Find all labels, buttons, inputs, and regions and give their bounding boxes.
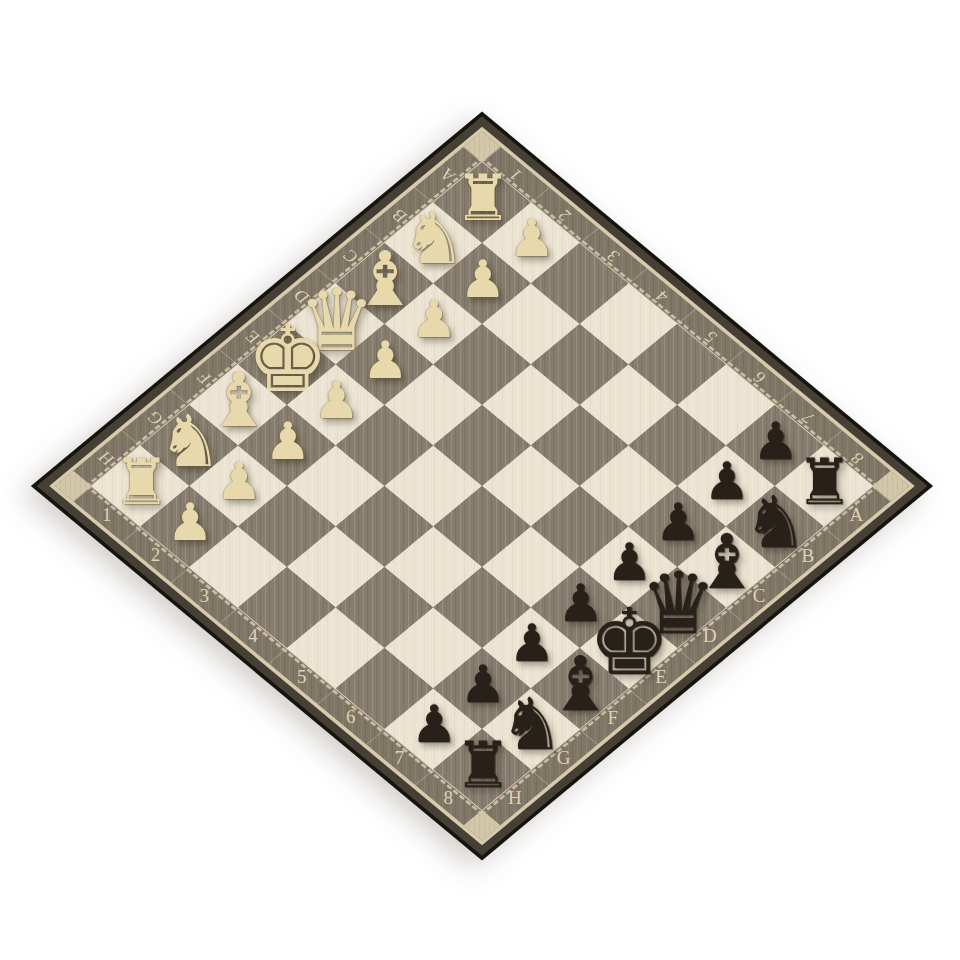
file-label-text: C — [753, 586, 766, 605]
file-label-text: D — [704, 626, 718, 645]
file-label-text: A — [850, 505, 864, 524]
rank-label-text: 3 — [603, 248, 623, 265]
board-dark-rim: 12345678A♜♟♟♜AB♞♟♟♞BC♝♟♟♝CD♛♟♟♛DE♚♟♟♚EF♝… — [37, 116, 928, 855]
board-cream-stripe: 12345678A♜♟♟♜AB♞♟♟♞BC♝♟♟♝CD♛♟♟♛DE♚♟♟♚EF♝… — [49, 127, 914, 845]
file-label-text: G — [557, 748, 571, 767]
white-pawn: ♟ — [216, 455, 263, 507]
black-rook: ♜ — [455, 733, 512, 797]
white-pawn: ♟ — [411, 293, 458, 345]
file-label-text: B — [802, 545, 815, 564]
white-pawn: ♟ — [363, 334, 410, 386]
rank-label-text: 3 — [200, 586, 210, 605]
board-grid: 12345678A♜♟♟♜AB♞♟♟♞BC♝♟♟♝CD♛♟♟♛DE♚♟♟♚EF♝… — [55, 132, 909, 841]
white-pawn: ♟ — [265, 415, 312, 467]
rank-label-text: 5 — [701, 329, 721, 346]
black-pawn: ♟ — [753, 415, 800, 467]
black-pawn: ♟ — [411, 698, 458, 750]
chessboard: 12345678A♜♟♟♜AB♞♟♟♞BC♝♟♟♝CD♛♟♟♛DE♚♟♟♚EF♝… — [31, 112, 933, 861]
file-label-text: H — [508, 788, 522, 807]
white-pawn: ♟ — [314, 374, 361, 426]
rank-label-text: 5 — [298, 667, 308, 686]
photo-background: 12345678A♜♟♟♜AB♞♟♟♞BC♝♟♟♝CD♛♟♟♛DE♚♟♟♚EF♝… — [0, 0, 960, 960]
rank-label-text: 6 — [346, 707, 356, 726]
rank-label-text: 7 — [799, 410, 819, 427]
rank-label-text: 4 — [652, 288, 672, 305]
board-outer-edge: 12345678A♜♟♟♜AB♞♟♟♞BC♝♟♟♝CD♛♟♟♛DE♚♟♟♚EF♝… — [31, 112, 933, 861]
file-label-text: E — [656, 667, 668, 686]
white-rook: ♜ — [113, 449, 170, 513]
rank-label-text: 6 — [750, 369, 770, 386]
rank-label-text: 2 — [555, 207, 575, 224]
rank-label-text: 7 — [395, 748, 405, 767]
rank-label-text: 1 — [102, 505, 112, 524]
white-pawn: ♟ — [509, 212, 556, 264]
file-label-text: F — [608, 707, 619, 726]
rank-label-text: 2 — [151, 545, 161, 564]
white-pawn: ♟ — [460, 253, 507, 305]
white-pawn: ♟ — [167, 496, 214, 548]
rank-label-text: 8 — [444, 788, 454, 807]
rank-label-text: 4 — [249, 626, 259, 645]
